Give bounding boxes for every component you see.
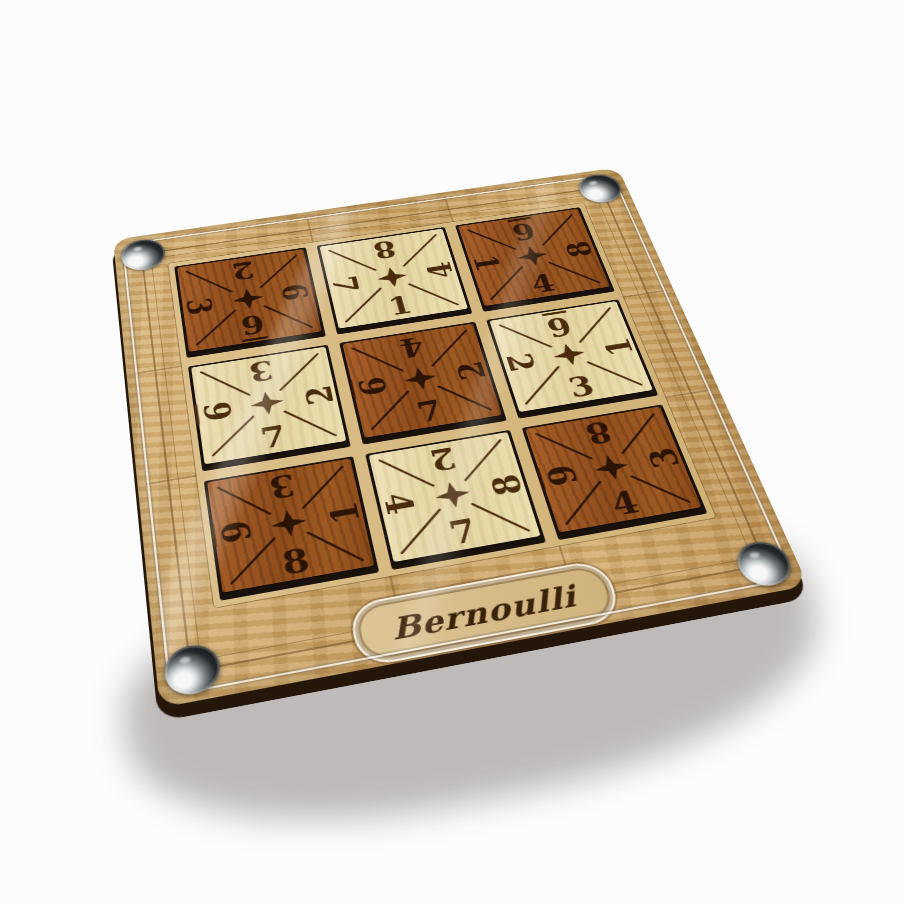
tile-r3c3-top-digit: 8	[581, 417, 617, 449]
number-tile-r1c1[interactable]: 2993	[177, 249, 322, 352]
center-star-icon	[401, 365, 439, 392]
tile-r1c1-top-digit: 2	[229, 258, 257, 284]
tile-r3c2-right-digit: 8	[485, 471, 528, 499]
tile-slot-r2c1: 3279	[188, 345, 351, 471]
tile-slot-r2c3: 6132	[486, 300, 658, 419]
tile-r3c2-left-digit: 4	[378, 490, 420, 519]
corner-screw-bottom-right	[730, 538, 798, 590]
tile-r3c3-bottom-digit: 4	[606, 486, 644, 520]
tile-r2c1-left-digit: 9	[194, 399, 236, 425]
tile-slot-r3c1: 3186	[204, 456, 379, 601]
number-tile-r2c3[interactable]: 6132	[490, 301, 653, 411]
tile-x-and-star-engraving	[207, 458, 374, 593]
tile-slot-r3c2: 2874	[365, 430, 546, 570]
center-star-icon	[249, 389, 286, 417]
number-tile-r3c2[interactable]: 2874	[369, 432, 541, 562]
corner-screw-top-right	[575, 172, 626, 205]
number-tile-r3c1[interactable]: 3186	[207, 458, 374, 593]
tile-slot-r2c2: 4279	[339, 322, 506, 444]
corner-screw-bottom-left	[162, 641, 222, 699]
tile-r1c1-bottom-digit: 9	[238, 311, 268, 342]
tile-r3c1-left-digit: 6	[211, 517, 257, 547]
number-tile-r1c3[interactable]: 6841	[458, 209, 610, 306]
center-star-icon	[231, 287, 266, 312]
tile-r3c1-right-digit: 1	[323, 499, 365, 528]
tile-slot-r3c3: 8346	[522, 404, 708, 540]
tile-r2c1-top-digit: 3	[246, 357, 276, 387]
tile-r3c3-left-digit: 6	[536, 462, 583, 491]
tile-r2c1-bottom-digit: 7	[257, 421, 289, 453]
tile-slot-r1c1: 2993	[174, 247, 326, 358]
corner-screw-top-left	[120, 237, 167, 273]
tile-r2c2-bottom-digit: 7	[413, 396, 446, 427]
center-star-icon	[550, 342, 589, 368]
center-star-icon	[590, 452, 632, 482]
tile-r3c1-bottom-digit: 8	[279, 543, 313, 580]
tile-r3c2-bottom-digit: 7	[445, 514, 481, 550]
center-star-icon	[269, 507, 309, 539]
number-tile-r2c1[interactable]: 3279	[191, 347, 346, 464]
tile-grid: 299384176841327942796132318628748346	[168, 203, 716, 608]
tile-x-and-star-engraving	[369, 432, 541, 562]
tile-x-and-star-engraving	[525, 406, 701, 532]
center-star-icon	[514, 244, 550, 267]
tile-r3c3-right-digit: 3	[641, 445, 684, 472]
number-tile-r3c3[interactable]: 8346	[525, 406, 701, 532]
frame-groove-horizontal	[146, 389, 711, 485]
tile-r2c1-right-digit: 2	[299, 383, 338, 408]
photo-scene: 299384176841327942796132318628748346 Ber…	[0, 0, 903, 903]
tile-r3c1-top-digit: 3	[266, 469, 299, 503]
number-tile-r2c2[interactable]: 4279	[342, 324, 501, 438]
tile-slot-r1c2: 8417	[317, 227, 473, 335]
number-tile-r1c2[interactable]: 8417	[320, 229, 468, 329]
center-star-icon	[375, 265, 411, 289]
tile-r3c2-top-digit: 2	[426, 443, 461, 476]
center-star-icon	[432, 479, 473, 510]
tile-slot-r1c3: 6841	[455, 207, 615, 312]
